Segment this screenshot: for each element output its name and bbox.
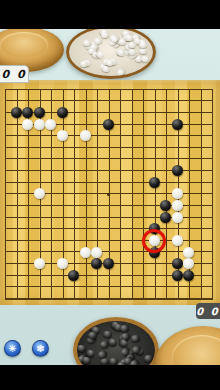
white-stone	[45, 119, 56, 130]
black-stone	[172, 270, 183, 281]
white-stone	[172, 212, 183, 223]
gear-icon: ✳	[8, 344, 16, 354]
white-stone	[91, 247, 102, 258]
white-bowl-stone	[102, 65, 111, 72]
black-stone	[149, 177, 160, 188]
snowflake-icon: ❄	[36, 344, 44, 354]
go-app-screen: 0 0 0 0 ✳ ❄	[0, 0, 220, 390]
white-bowl-stone	[106, 59, 114, 65]
capture-counter-bottom: 0 0	[196, 303, 220, 319]
white-bowl-stone	[101, 32, 110, 39]
white-stone	[172, 200, 183, 211]
snowflake-button[interactable]: ❄	[32, 340, 49, 357]
black-stone	[57, 107, 68, 118]
black-bowl-stone	[103, 330, 113, 339]
top-black-bar	[0, 0, 220, 29]
black-stone	[68, 270, 79, 281]
white-stone	[80, 130, 91, 141]
black-stone	[172, 119, 183, 130]
black-bowl-stone	[76, 344, 87, 353]
bottom-black-bar	[0, 365, 220, 390]
black-bowl-stone	[144, 355, 153, 362]
white-stone	[57, 258, 68, 269]
last-move-marker	[142, 229, 166, 253]
white-stone	[34, 258, 45, 269]
go-board[interactable]	[0, 80, 220, 305]
black-stone	[34, 107, 45, 118]
white-stone	[80, 247, 91, 258]
black-bowl-stone	[130, 334, 140, 343]
settings-button[interactable]: ✳	[4, 340, 21, 357]
black-stone	[103, 119, 114, 130]
black-bowl-stone	[120, 325, 129, 332]
white-stone-bowl	[66, 25, 156, 79]
white-bowl-stone	[139, 42, 147, 48]
white-stone	[34, 119, 45, 130]
white-stone	[172, 235, 183, 246]
white-bowl-stone	[127, 42, 136, 49]
black-stone	[103, 258, 114, 269]
white-bowl-stone	[140, 56, 149, 64]
capture-counter-top: 0 0	[0, 65, 29, 83]
black-stone	[11, 107, 22, 118]
white-stone	[22, 119, 33, 130]
white-stone	[57, 130, 68, 141]
lid-cap	[0, 32, 48, 58]
white-bowl-stone	[138, 47, 146, 53]
white-bowl-stone	[116, 67, 126, 76]
